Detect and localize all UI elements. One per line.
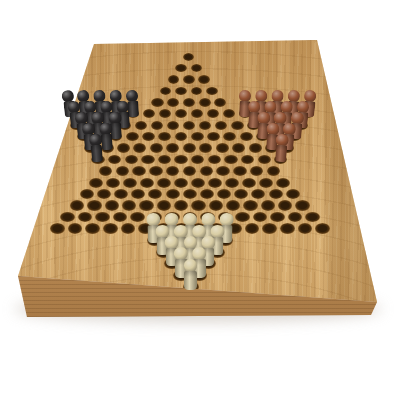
hole (191, 64, 202, 72)
hole (216, 166, 230, 176)
hole (122, 200, 136, 210)
hole (280, 223, 295, 234)
hole (249, 143, 262, 152)
peg-head (184, 259, 198, 272)
hole (259, 178, 273, 188)
hole (245, 223, 260, 234)
hole (225, 178, 239, 188)
hole (87, 200, 101, 210)
hole (183, 143, 196, 152)
hole (226, 200, 240, 210)
hole (140, 178, 154, 188)
hole (199, 143, 212, 152)
peg-head (110, 89, 123, 101)
hole (70, 200, 84, 210)
hole (130, 212, 145, 223)
hole (191, 87, 203, 96)
hole (151, 98, 163, 107)
hole (253, 212, 268, 223)
peg-body (275, 145, 288, 162)
hole (209, 200, 223, 210)
hole (141, 155, 154, 165)
hole (159, 109, 171, 118)
hole (295, 200, 309, 210)
hole (132, 166, 146, 176)
hole (160, 87, 172, 96)
peg-head (239, 89, 251, 101)
hole (183, 166, 197, 176)
hole (278, 200, 292, 210)
hole (217, 189, 231, 199)
peg-head (256, 89, 269, 101)
product-photo (0, 0, 398, 408)
hole (183, 189, 197, 199)
hole (116, 166, 130, 176)
hole (175, 132, 188, 141)
hole (80, 189, 94, 199)
hole (158, 132, 171, 141)
hole (208, 178, 222, 188)
hole (224, 155, 237, 165)
hole (267, 166, 281, 176)
hole (286, 189, 300, 199)
hole (200, 166, 214, 176)
hole (131, 189, 145, 199)
hole (251, 189, 265, 199)
hole (191, 178, 205, 188)
hole (174, 178, 188, 188)
hole (113, 212, 128, 223)
hole (235, 212, 250, 223)
hole (166, 189, 180, 199)
hole (108, 155, 121, 165)
hole (191, 132, 204, 141)
hole (157, 200, 171, 210)
hole (231, 121, 244, 130)
hole (139, 200, 153, 210)
hole (207, 132, 220, 141)
hole (126, 132, 139, 141)
hole (149, 166, 163, 176)
hole (199, 121, 212, 130)
hole (97, 189, 111, 199)
hole (142, 132, 155, 141)
hole (315, 223, 330, 234)
hole (175, 64, 186, 72)
hole (143, 109, 155, 118)
peg-body (184, 271, 197, 290)
hole (157, 178, 171, 188)
hole (269, 189, 283, 199)
board-surface (0, 0, 398, 408)
hole (233, 166, 247, 176)
hole (298, 223, 313, 234)
hole (135, 121, 148, 130)
hole (123, 178, 137, 188)
hole (223, 132, 236, 141)
hole (198, 75, 210, 83)
hole (175, 109, 187, 118)
hole (183, 75, 195, 83)
hole (206, 87, 218, 96)
peg-body (91, 145, 104, 162)
hole (148, 189, 162, 199)
hole (68, 223, 83, 234)
hole (125, 155, 138, 165)
hole (183, 98, 195, 107)
hole (191, 109, 203, 118)
hole (167, 121, 180, 130)
hole (166, 143, 179, 152)
hole (89, 178, 103, 188)
hole (121, 223, 136, 234)
hole (174, 200, 188, 210)
hole (191, 155, 204, 165)
hole (270, 212, 285, 223)
hole (133, 143, 146, 152)
hole (183, 53, 194, 61)
hole (200, 189, 214, 199)
hole (191, 200, 205, 210)
peg-head (126, 89, 138, 101)
peg-head (272, 89, 285, 101)
hole (99, 166, 113, 176)
hole (105, 200, 119, 210)
hole (158, 155, 171, 165)
hole (223, 109, 235, 118)
hole (166, 166, 180, 176)
hole (234, 189, 248, 199)
hole (167, 98, 179, 107)
hole (60, 212, 75, 223)
peg-black (89, 134, 104, 163)
hole (78, 212, 93, 223)
hole (199, 98, 211, 107)
hole (174, 155, 187, 165)
hole (288, 212, 303, 223)
hole (305, 212, 320, 223)
hole (214, 98, 226, 107)
hole (240, 132, 253, 141)
hole (232, 143, 245, 152)
hole (106, 178, 120, 188)
hole (183, 121, 196, 130)
hole (243, 200, 257, 210)
hole (150, 143, 163, 152)
hole (95, 212, 110, 223)
hole (276, 178, 290, 188)
hole (207, 109, 219, 118)
hole (117, 143, 130, 152)
hole (114, 189, 128, 199)
hole (258, 155, 271, 165)
peg-brown (274, 134, 289, 163)
hole (50, 223, 65, 234)
hole (175, 87, 187, 96)
hole (242, 178, 256, 188)
hole (262, 223, 277, 234)
hole (241, 155, 254, 165)
hole (208, 155, 221, 165)
hole (250, 166, 264, 176)
hole (85, 223, 100, 234)
hole (168, 75, 180, 83)
peg-natural (183, 259, 198, 290)
hole (216, 143, 229, 152)
hole (215, 121, 228, 130)
hole (261, 200, 275, 210)
hole (151, 121, 164, 130)
hole (103, 223, 118, 234)
